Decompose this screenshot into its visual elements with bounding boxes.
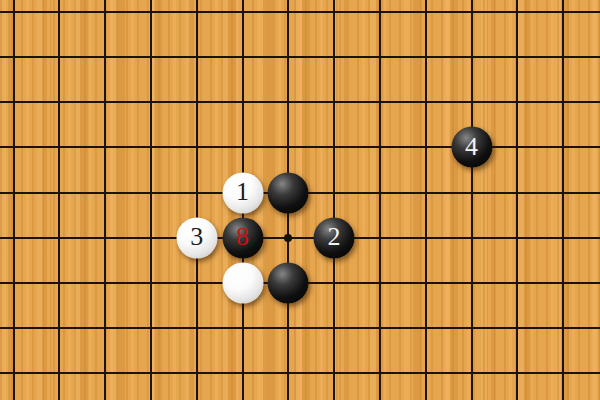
grid-line-horizontal — [0, 56, 600, 58]
star-point — [284, 234, 292, 242]
grid-line-vertical — [516, 0, 518, 400]
grid-line-vertical — [150, 0, 152, 400]
move-number-label: 2 — [328, 224, 341, 250]
grid-line-horizontal — [0, 237, 600, 239]
grid-line-horizontal — [0, 372, 600, 374]
grid-line-vertical — [379, 0, 381, 400]
stone-black — [268, 262, 309, 303]
grid-line-horizontal — [0, 327, 600, 329]
move-number-label: 3 — [190, 224, 203, 250]
move-number-label: 8 — [236, 224, 249, 250]
grid-line-vertical — [13, 0, 15, 400]
grid-line-vertical — [104, 0, 106, 400]
grid-line-vertical — [58, 0, 60, 400]
grid-line-vertical — [471, 0, 473, 400]
grid-line-vertical — [562, 0, 564, 400]
go-board[interactable]: 13824 — [0, 0, 600, 400]
stone-white-move-3: 3 — [176, 217, 217, 258]
move-number-label: 1 — [236, 179, 249, 205]
stone-black-move-8: 8 — [222, 217, 263, 258]
grid-line-vertical — [196, 0, 198, 400]
stone-black-move-2: 2 — [314, 217, 355, 258]
stone-white-move-1: 1 — [222, 172, 263, 213]
grid-line-horizontal — [0, 101, 600, 103]
grid-line-horizontal — [0, 146, 600, 148]
grid-line-vertical — [333, 0, 335, 400]
move-number-label: 4 — [465, 133, 478, 159]
grid-line-horizontal — [0, 11, 600, 13]
grid-line-vertical — [425, 0, 427, 400]
stone-black — [268, 172, 309, 213]
stone-white — [222, 262, 263, 303]
stone-black-move-4: 4 — [451, 127, 492, 168]
